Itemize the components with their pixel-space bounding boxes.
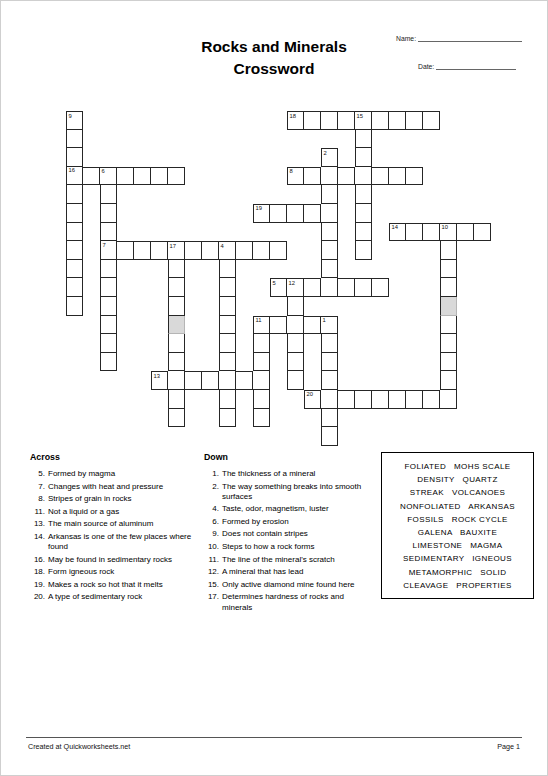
- grid-cell[interactable]: 9: [66, 111, 83, 130]
- grid-cell[interactable]: [372, 167, 389, 186]
- clue-number: 10.: [204, 542, 222, 552]
- footer-page-number: Page 1: [497, 742, 520, 751]
- grid-cell[interactable]: [219, 371, 236, 390]
- across-clues: Across 5.Formed by magma7.Changes with h…: [30, 452, 200, 605]
- crossword-grid: 918152166819141071745121111320: [66, 111, 491, 446]
- grid-cell[interactable]: [338, 390, 355, 409]
- grid-cell[interactable]: [168, 334, 185, 353]
- down-clue-12: 12.A mineral that has lead: [204, 567, 376, 577]
- grid-cell[interactable]: 15: [355, 111, 372, 130]
- grid-cell[interactable]: [304, 204, 321, 223]
- grid-cell[interactable]: [168, 353, 185, 372]
- grid-cell[interactable]: 2: [321, 148, 338, 167]
- grid-cell[interactable]: [66, 241, 83, 260]
- down-clue-11: 11.The line of the mineral's scratch: [204, 555, 376, 565]
- word-bank: FOLIATED MOHS SCALEDENSITY QUARTZSTREAK …: [381, 452, 534, 599]
- grid-cell[interactable]: [270, 316, 287, 335]
- grid-cell[interactable]: [100, 278, 117, 297]
- grid-cell[interactable]: [389, 111, 406, 130]
- across-clue-11: 11.Not a liquid or a gas: [30, 507, 200, 517]
- grid-cell[interactable]: [219, 297, 236, 316]
- grid-cell[interactable]: [406, 167, 423, 186]
- grid-cell[interactable]: 1: [321, 316, 338, 335]
- down-clue-15: 15.Only active diamond mine found here: [204, 580, 376, 590]
- grid-cell[interactable]: 20: [304, 390, 321, 409]
- grid-cell[interactable]: [355, 148, 372, 167]
- grid-cell[interactable]: [321, 390, 338, 409]
- grid-cell[interactable]: 14: [389, 223, 406, 242]
- grid-cell[interactable]: [321, 427, 338, 446]
- grid-cell[interactable]: [440, 278, 457, 297]
- clue-number: 16.: [30, 555, 48, 565]
- grid-cell[interactable]: [321, 353, 338, 372]
- grid-cell[interactable]: [151, 241, 168, 260]
- grid-cell[interactable]: [389, 167, 406, 186]
- grid-cell[interactable]: [66, 204, 83, 223]
- grid-cell[interactable]: [100, 353, 117, 372]
- clue-text: Form igneous rock: [48, 567, 200, 577]
- clue-text: Determines hardness of rocks and mineral…: [222, 592, 376, 612]
- down-clue-list: 1.The thickness of a mineral2.The way so…: [204, 469, 376, 613]
- grid-cell[interactable]: [355, 223, 372, 242]
- across-clue-19: 19.Makes a rock so hot that it melts: [30, 580, 200, 590]
- cell-number: 11: [256, 317, 262, 323]
- clue-number: 12.: [204, 567, 222, 577]
- clue-number: 15.: [204, 580, 222, 590]
- across-clue-13: 13.The main source of aluminum: [30, 519, 200, 529]
- grid-cell[interactable]: [287, 353, 304, 372]
- grid-cell[interactable]: [338, 111, 355, 130]
- grid-cell[interactable]: [321, 334, 338, 353]
- grid-cell[interactable]: [117, 241, 134, 260]
- cell-number: 16: [69, 167, 75, 173]
- across-clue-14: 14.Arkansas is one of the few places whe…: [30, 532, 200, 552]
- down-clue-4: 4.Taste, odor, magnetism, luster: [204, 504, 376, 514]
- clue-number: 6.: [204, 517, 222, 527]
- clue-number: 14.: [30, 532, 48, 552]
- grid-cell[interactable]: [440, 334, 457, 353]
- word-bank-line: METAMORPHIC SOLID: [384, 566, 531, 579]
- across-clue-5: 5.Formed by magma: [30, 469, 200, 479]
- grid-cell[interactable]: [321, 223, 338, 242]
- grid-cell[interactable]: [287, 204, 304, 223]
- clue-number: 11.: [30, 507, 48, 517]
- clue-text: Not a liquid or a gas: [48, 507, 200, 517]
- grid-cell[interactable]: [355, 241, 372, 260]
- word-bank-line: GALENA BAUXITE: [384, 526, 531, 539]
- grid-cell[interactable]: 17: [168, 241, 185, 260]
- grid-cell[interactable]: [100, 260, 117, 279]
- grid-cell[interactable]: [134, 167, 151, 186]
- across-clue-8: 8.Stripes of grain in rocks: [30, 494, 200, 504]
- clue-number: 9.: [204, 529, 222, 539]
- grid-cell[interactable]: [253, 334, 270, 353]
- grid-cell[interactable]: [355, 185, 372, 204]
- word-bank-line: SEDIMENTARY IGNEOUS: [384, 552, 531, 565]
- grid-cell[interactable]: 4: [219, 241, 236, 260]
- grid-cell[interactable]: [321, 278, 338, 297]
- grid-cell[interactable]: [168, 278, 185, 297]
- word-bank-line: FOSSILS ROCK CYCLE: [384, 513, 531, 526]
- grid-cell[interactable]: [168, 260, 185, 279]
- grid-cell[interactable]: [253, 241, 270, 260]
- date-field: Date:: [418, 62, 516, 70]
- grid-cell[interactable]: [185, 371, 202, 390]
- clue-number: 7.: [30, 482, 48, 492]
- grid-cell[interactable]: [219, 409, 236, 428]
- grid-cell[interactable]: [66, 278, 83, 297]
- cell-number: 5: [273, 280, 276, 286]
- down-clue-6: 6.Formed by erosion: [204, 517, 376, 527]
- grid-cell[interactable]: [338, 167, 355, 186]
- down-clue-17: 17.Determines hardness of rocks and mine…: [204, 592, 376, 612]
- clue-number: 13.: [30, 519, 48, 529]
- name-field: Name:: [396, 34, 522, 42]
- grid-cell[interactable]: [168, 167, 185, 186]
- grid-cell[interactable]: [66, 130, 83, 149]
- grid-cell[interactable]: [100, 316, 117, 335]
- down-heading: Down: [204, 452, 376, 462]
- grid-cell[interactable]: [372, 111, 389, 130]
- grid-cell[interactable]: [168, 390, 185, 409]
- clue-number: 2.: [204, 482, 222, 502]
- grid-cell[interactable]: [440, 316, 457, 335]
- grid-cell[interactable]: [321, 371, 338, 390]
- grid-cell[interactable]: [100, 185, 117, 204]
- grid-cell[interactable]: [440, 260, 457, 279]
- grid-cell[interactable]: 18: [287, 111, 304, 130]
- grid-cell[interactable]: 11: [253, 316, 270, 335]
- clue-number: 8.: [30, 494, 48, 504]
- cell-number: 4: [221, 243, 224, 249]
- clue-text: A mineral that has lead: [222, 567, 376, 577]
- grid-cell[interactable]: [253, 371, 270, 390]
- grid-cell[interactable]: [236, 241, 253, 260]
- clue-text: The way something breaks into smooth sur…: [222, 482, 376, 502]
- grid-cell[interactable]: [355, 167, 372, 186]
- clue-text: May be found in sedimentary rocks: [48, 555, 200, 565]
- cell-number: 14: [392, 224, 398, 230]
- cell-number: 9: [69, 113, 72, 119]
- cell-number: 2: [324, 150, 327, 156]
- grid-cell[interactable]: [372, 278, 389, 297]
- grid-cell[interactable]: [321, 167, 338, 186]
- clue-number: 11.: [204, 555, 222, 565]
- grid-cell[interactable]: [236, 371, 253, 390]
- clue-number: 18.: [30, 567, 48, 577]
- grid-cell[interactable]: [287, 316, 304, 335]
- clue-text: Makes a rock so hot that it melts: [48, 580, 200, 590]
- cell-number: 20: [307, 391, 313, 397]
- grid-cell[interactable]: 19: [253, 204, 270, 223]
- grid-cell[interactable]: [321, 409, 338, 428]
- word-bank-line: CLEAVAGE PROPERTIES: [384, 579, 531, 592]
- grid-cell[interactable]: 10: [440, 223, 457, 242]
- footer-divider: [26, 737, 522, 738]
- grid-cell[interactable]: 13: [151, 371, 168, 390]
- grid-cell[interactable]: [406, 111, 423, 130]
- grid-cell[interactable]: 5: [270, 278, 287, 297]
- across-clue-list: 5.Formed by magma7.Changes with heat and…: [30, 469, 200, 603]
- grid-cell[interactable]: [253, 390, 270, 409]
- clue-text: The main source of aluminum: [48, 519, 200, 529]
- grid-cell[interactable]: [185, 241, 202, 260]
- clue-text: Stripes of grain in rocks: [48, 494, 200, 504]
- grid-cell[interactable]: [440, 371, 457, 390]
- across-clue-18: 18.Form igneous rock: [30, 567, 200, 577]
- down-clue-10: 10.Steps to how a rock forms: [204, 542, 376, 552]
- grid-cell[interactable]: [66, 148, 83, 167]
- cell-number: 12: [289, 280, 295, 286]
- grid-cell[interactable]: [321, 185, 338, 204]
- grid-cell[interactable]: [355, 204, 372, 223]
- footer-credit: Created at Quickworksheets.net: [28, 742, 130, 751]
- word-bank-line: NONFOLIATED ARKANSAS: [384, 500, 531, 513]
- name-label: Name:: [396, 35, 416, 42]
- grid-cell[interactable]: [66, 297, 83, 316]
- grid-cell[interactable]: [100, 297, 117, 316]
- page-title: Rocks and Minerals Crossword: [0, 36, 548, 79]
- clue-number: 4.: [204, 504, 222, 514]
- grid-cell[interactable]: [304, 111, 321, 130]
- grid-cell[interactable]: [83, 167, 100, 186]
- grid-cell[interactable]: [117, 167, 134, 186]
- grid-cell[interactable]: [270, 204, 287, 223]
- space-cell: [168, 316, 185, 335]
- space-cell: [440, 297, 457, 316]
- clue-number: 5.: [30, 469, 48, 479]
- cell-number: 7: [103, 242, 106, 248]
- down-clue-2: 2.The way something breaks into smooth s…: [204, 482, 376, 502]
- cell-number: 13: [154, 373, 160, 379]
- grid-cell[interactable]: [423, 390, 440, 409]
- grid-cell[interactable]: [406, 223, 423, 242]
- clue-text: Only active diamond mine found here: [222, 580, 376, 590]
- grid-cell[interactable]: [474, 223, 491, 242]
- grid-cell[interactable]: 6: [100, 167, 117, 186]
- grid-cell[interactable]: 7: [100, 241, 117, 260]
- grid-cell[interactable]: [440, 390, 457, 409]
- word-bank-line: STREAK VOLCANOES: [384, 486, 531, 499]
- grid-cell[interactable]: [168, 297, 185, 316]
- grid-cell[interactable]: [287, 371, 304, 390]
- grid-cell[interactable]: [440, 241, 457, 260]
- grid-cell[interactable]: [66, 260, 83, 279]
- grid-cell[interactable]: [151, 167, 168, 186]
- grid-cell[interactable]: [338, 278, 355, 297]
- grid-cell[interactable]: [389, 390, 406, 409]
- grid-cell[interactable]: [355, 278, 372, 297]
- clue-number: 19.: [30, 580, 48, 590]
- clue-text: Arkansas is one of the few places where …: [48, 532, 200, 552]
- grid-cell[interactable]: 8: [287, 167, 304, 186]
- clue-text: Does not contain stripes: [222, 529, 376, 539]
- grid-cell[interactable]: [202, 241, 219, 260]
- grid-cell[interactable]: [100, 204, 117, 223]
- date-label: Date:: [418, 63, 434, 70]
- grid-cell[interactable]: [219, 260, 236, 279]
- grid-cell[interactable]: [304, 167, 321, 186]
- cell-number: 1: [323, 317, 326, 323]
- grid-cell[interactable]: [440, 353, 457, 372]
- grid-cell[interactable]: [100, 223, 117, 242]
- clue-number: 1.: [204, 469, 222, 479]
- grid-cell[interactable]: [66, 223, 83, 242]
- grid-cell[interactable]: [355, 130, 372, 149]
- grid-cell[interactable]: [219, 353, 236, 372]
- grid-cell[interactable]: [321, 260, 338, 279]
- down-clue-1: 1.The thickness of a mineral: [204, 469, 376, 479]
- clue-number: 20.: [30, 592, 48, 602]
- grid-cell[interactable]: [355, 390, 372, 409]
- down-clues: Down 1.The thickness of a mineral2.The w…: [204, 452, 376, 615]
- grid-cell[interactable]: [321, 111, 338, 130]
- grid-cell[interactable]: [202, 371, 219, 390]
- grid-cell[interactable]: [372, 390, 389, 409]
- grid-cell[interactable]: [168, 371, 185, 390]
- across-heading: Across: [30, 452, 200, 462]
- word-bank-line: LIMESTONE MAGMA: [384, 539, 531, 552]
- clue-text: A type of sedimentary rock: [48, 592, 200, 602]
- grid-cell[interactable]: [321, 204, 338, 223]
- grid-cell[interactable]: [100, 334, 117, 353]
- clue-text: The line of the mineral's scratch: [222, 555, 376, 565]
- grid-cell[interactable]: [423, 223, 440, 242]
- grid-cell[interactable]: [406, 390, 423, 409]
- across-clue-16: 16.May be found in sedimentary rocks: [30, 555, 200, 565]
- down-clue-9: 9.Does not contain stripes: [204, 529, 376, 539]
- cell-number: 8: [290, 168, 293, 174]
- grid-cell[interactable]: [287, 334, 304, 353]
- grid-cell[interactable]: [253, 409, 270, 428]
- date-blank-line: [436, 62, 516, 70]
- word-bank-line: FOLIATED MOHS SCALE: [384, 460, 531, 473]
- grid-cell[interactable]: [219, 278, 236, 297]
- clue-text: The thickness of a mineral: [222, 469, 376, 479]
- grid-cell[interactable]: [219, 334, 236, 353]
- grid-cell[interactable]: [321, 241, 338, 260]
- cell-number: 15: [357, 113, 363, 119]
- grid-cell[interactable]: [253, 353, 270, 372]
- grid-cell[interactable]: 16: [66, 167, 83, 186]
- grid-cell[interactable]: 12: [287, 278, 304, 297]
- clue-text: Formed by erosion: [222, 517, 376, 527]
- cell-number: 19: [256, 205, 262, 211]
- grid-cell[interactable]: [423, 111, 440, 130]
- grid-cell[interactable]: [457, 223, 474, 242]
- grid-cell[interactable]: [304, 278, 321, 297]
- clue-text: Changes with heat and pressure: [48, 482, 200, 492]
- worksheet-page: Rocks and Minerals Crossword Name: Date:…: [0, 0, 548, 776]
- across-clue-20: 20.A type of sedimentary rock: [30, 592, 200, 602]
- grid-cell[interactable]: [304, 316, 321, 335]
- cell-number: 17: [170, 243, 176, 249]
- grid-cell[interactable]: [134, 241, 151, 260]
- grid-cell[interactable]: [219, 390, 236, 409]
- cell-number: 10: [442, 224, 448, 230]
- grid-cell[interactable]: [270, 241, 287, 260]
- grid-cell[interactable]: [168, 409, 185, 428]
- cell-number: 18: [290, 113, 296, 119]
- across-clue-7: 7.Changes with heat and pressure: [30, 482, 200, 492]
- clue-text: Taste, odor, magnetism, luster: [222, 504, 376, 514]
- name-blank-line: [418, 34, 522, 42]
- word-bank-line: DENSITY QUARTZ: [384, 473, 531, 486]
- clue-text: Formed by magma: [48, 469, 200, 479]
- cell-number: 6: [102, 168, 105, 174]
- grid-cell[interactable]: [219, 316, 236, 335]
- grid-cell[interactable]: [66, 185, 83, 204]
- clue-number: 17.: [204, 592, 222, 612]
- clue-text: Steps to how a rock forms: [222, 542, 376, 552]
- grid-cell[interactable]: [287, 297, 304, 316]
